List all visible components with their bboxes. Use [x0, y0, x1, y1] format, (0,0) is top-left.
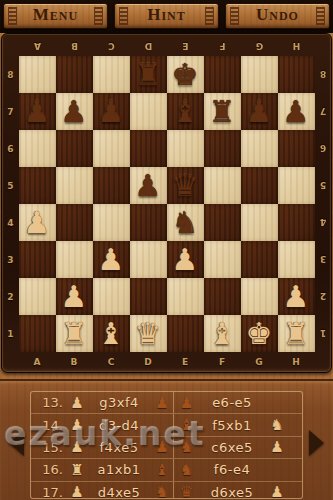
chess-board-frame: ABCDEFGH8♜♚87♟♟♟♝♜♟♟7665♟♛54♟♞43♟♟32♟♟21… [1, 33, 332, 373]
square-f8[interactable] [204, 56, 241, 93]
file-label-top-d: D [130, 37, 167, 56]
rank-label-right-4: 4 [315, 204, 331, 241]
file-label-bottom-h: H [278, 352, 315, 371]
white-pawn: ♟ [283, 278, 310, 315]
black-rook: ♜ [209, 93, 236, 130]
white-captured-piece-icon: ♟ [151, 437, 173, 457]
black-pawn: ♟ [135, 167, 162, 204]
square-g7[interactable]: ♟ [241, 93, 278, 130]
rank-label-right-3: 3 [315, 241, 331, 278]
rank-label-right-8: 8 [315, 56, 331, 93]
square-b2[interactable]: ♟ [56, 278, 93, 315]
hint-button[interactable]: Hint [114, 3, 219, 29]
black-rook: ♜ [135, 56, 162, 93]
move-list: 13.♟g3xf4♟♟e6-e514.♟d3-d4♝f5xb1♞15.♟f4xe… [30, 391, 303, 499]
file-label-bottom-b: B [56, 352, 93, 371]
file-label-top-g: G [241, 37, 278, 56]
square-f3[interactable] [204, 241, 241, 278]
square-b1[interactable]: ♜ [56, 315, 93, 352]
move-list-panel: 13.♟g3xf4♟♟e6-e514.♟d3-d4♝f5xb1♞15.♟f4xe… [0, 379, 333, 500]
square-c8[interactable] [93, 56, 130, 93]
square-e2[interactable] [167, 278, 204, 315]
file-label-top-c: C [93, 37, 130, 56]
square-a7[interactable]: ♟ [19, 93, 56, 130]
rank-label-right-5: 5 [315, 167, 331, 204]
rank-label-right-7: 7 [315, 93, 331, 130]
white-pawn: ♟ [61, 278, 88, 315]
square-c6[interactable] [93, 130, 130, 167]
black-half-divider: ♝ [173, 414, 199, 435]
black-move-text: e6-e5 [199, 395, 265, 410]
file-label-bottom-c: C [93, 352, 130, 371]
square-a1[interactable] [19, 315, 56, 352]
rank-label-left-7: 7 [3, 93, 19, 130]
square-h2[interactable]: ♟ [278, 278, 315, 315]
move-number: 16. [31, 462, 67, 477]
move-row-16: 16.♜a1xb1♝♞f6-e4 [31, 458, 302, 480]
square-f2[interactable] [204, 278, 241, 315]
black-half-divider: ♞ [173, 459, 199, 480]
white-captured-piece-icon: ♟ [151, 393, 173, 413]
square-b6[interactable] [56, 130, 93, 167]
square-d4[interactable] [130, 204, 167, 241]
white-pawn: ♟ [98, 241, 125, 278]
white-move-text: g3xf4 [87, 395, 151, 410]
rank-label-right-1: 1 [315, 315, 331, 352]
hint-button-label: Hint [147, 5, 186, 25]
board-corner [3, 352, 19, 371]
white-piece-icon: ♟ [67, 415, 87, 435]
black-move-text: f5xb1 [199, 418, 265, 433]
black-pawn: ♟ [98, 93, 125, 130]
square-c5[interactable] [93, 167, 130, 204]
black-piece-icon: ♞ [180, 460, 193, 480]
move-row-17: 17.♟d4xe5♞♛d6xe5♟ [31, 481, 302, 499]
square-c1[interactable]: ♝ [93, 315, 130, 352]
black-move-text: f6-e4 [199, 462, 265, 477]
square-b5[interactable] [56, 167, 93, 204]
file-label-top-a: A [19, 37, 56, 56]
square-d7[interactable] [130, 93, 167, 130]
square-a3[interactable] [19, 241, 56, 278]
black-move-text: d6xe5 [199, 485, 265, 499]
file-label-bottom-f: F [204, 352, 241, 371]
square-f7[interactable]: ♜ [204, 93, 241, 130]
black-piece-icon: ♞ [180, 437, 193, 457]
square-f1[interactable]: ♝ [204, 315, 241, 352]
black-king: ♚ [172, 56, 199, 93]
square-g8[interactable] [241, 56, 278, 93]
square-f6[interactable] [204, 130, 241, 167]
square-c7[interactable]: ♟ [93, 93, 130, 130]
black-half-divider: ♟ [173, 392, 199, 413]
board-corner [3, 37, 19, 56]
file-label-bottom-g: G [241, 352, 278, 371]
square-b8[interactable] [56, 56, 93, 93]
square-d6[interactable] [130, 130, 167, 167]
black-knight: ♞ [172, 204, 199, 241]
square-h7[interactable]: ♟ [278, 93, 315, 130]
rank-label-right-6: 6 [315, 130, 331, 167]
white-queen: ♛ [135, 315, 162, 352]
file-label-bottom-a: A [19, 352, 56, 371]
menu-button[interactable]: Menu [3, 3, 108, 29]
square-c3[interactable]: ♟ [93, 241, 130, 278]
white-piece-icon: ♟ [67, 437, 87, 457]
menu-button-label: Menu [33, 5, 78, 25]
square-c4[interactable] [93, 204, 130, 241]
square-a6[interactable] [19, 130, 56, 167]
black-captured-piece-icon: ♟ [265, 437, 289, 457]
black-move-text: c6xe5 [199, 440, 265, 455]
square-e7[interactable]: ♝ [167, 93, 204, 130]
white-move-text: a1xb1 [87, 462, 151, 477]
square-h1[interactable]: ♜ [278, 315, 315, 352]
square-a4[interactable]: ♟ [19, 204, 56, 241]
rank-label-left-3: 3 [3, 241, 19, 278]
square-d5[interactable]: ♟ [130, 167, 167, 204]
file-label-top-f: F [204, 37, 241, 56]
white-pawn: ♟ [172, 241, 199, 278]
square-h6[interactable] [278, 130, 315, 167]
white-captured-piece-icon: ♝ [151, 460, 173, 480]
square-e6[interactable] [167, 130, 204, 167]
square-g4[interactable] [241, 204, 278, 241]
move-number: 14. [31, 418, 67, 433]
move-row-15: 15.♟f4xe5♟♞c6xe5♟ [31, 436, 302, 458]
square-g1[interactable]: ♚ [241, 315, 278, 352]
undo-button[interactable]: Undo [225, 3, 330, 29]
square-a2[interactable] [19, 278, 56, 315]
square-a8[interactable] [19, 56, 56, 93]
square-g5[interactable] [241, 167, 278, 204]
white-move-text: f4xe5 [87, 440, 151, 455]
move-number: 13. [31, 395, 67, 410]
square-d3[interactable] [130, 241, 167, 278]
square-h3[interactable] [278, 241, 315, 278]
chess-board: ABCDEFGH8♜♚87♟♟♟♝♜♟♟7665♟♛54♟♞43♟♟32♟♟21… [2, 37, 331, 371]
file-label-bottom-d: D [130, 352, 167, 371]
square-h8[interactable] [278, 56, 315, 93]
square-e4[interactable]: ♞ [167, 204, 204, 241]
rank-label-left-4: 4 [3, 204, 19, 241]
square-g2[interactable] [241, 278, 278, 315]
white-move-text: d3-d4 [87, 418, 151, 433]
black-half-divider: ♞ [173, 437, 199, 458]
black-piece-icon: ♟ [180, 393, 193, 413]
square-e8[interactable]: ♚ [167, 56, 204, 93]
square-b3[interactable] [56, 241, 93, 278]
undo-button-label: Undo [256, 5, 299, 25]
previous-moves-arrow-button[interactable] [9, 430, 24, 456]
white-bishop: ♝ [209, 315, 236, 352]
white-king: ♚ [246, 315, 273, 352]
rank-label-right-2: 2 [315, 278, 331, 315]
next-moves-arrow-button[interactable] [309, 430, 324, 456]
black-pawn: ♟ [24, 93, 51, 130]
black-bishop: ♝ [172, 93, 199, 130]
square-b7[interactable]: ♟ [56, 93, 93, 130]
square-e1[interactable] [167, 315, 204, 352]
move-number: 17. [31, 485, 67, 499]
black-pawn: ♟ [283, 93, 310, 130]
square-g3[interactable] [241, 241, 278, 278]
move-number: 15. [31, 440, 67, 455]
white-rook: ♜ [61, 315, 88, 352]
rank-label-left-5: 5 [3, 167, 19, 204]
square-g6[interactable] [241, 130, 278, 167]
black-queen: ♛ [172, 167, 199, 204]
square-a5[interactable] [19, 167, 56, 204]
white-bishop: ♝ [98, 315, 125, 352]
board-corner [315, 352, 331, 371]
rank-label-left-2: 2 [3, 278, 19, 315]
square-h4[interactable] [278, 204, 315, 241]
move-row-13: 13.♟g3xf4♟♟e6-e5 [31, 392, 302, 413]
square-f5[interactable] [204, 167, 241, 204]
square-c2[interactable] [93, 278, 130, 315]
white-piece-icon: ♟ [67, 482, 87, 499]
square-d1[interactable]: ♛ [130, 315, 167, 352]
square-h5[interactable] [278, 167, 315, 204]
square-e5[interactable]: ♛ [167, 167, 204, 204]
toolbar: Menu Hint Undo [0, 0, 333, 33]
file-label-bottom-e: E [167, 352, 204, 371]
rank-label-left-8: 8 [3, 56, 19, 93]
white-captured-piece-icon: ♞ [151, 482, 173, 499]
white-piece-icon: ♟ [67, 393, 87, 413]
rank-label-left-6: 6 [3, 130, 19, 167]
move-row-14: 14.♟d3-d4♝f5xb1♞ [31, 413, 302, 435]
white-pawn: ♟ [24, 204, 51, 241]
black-piece-icon: ♛ [180, 482, 193, 499]
black-pawn: ♟ [246, 93, 273, 130]
square-f4[interactable] [204, 204, 241, 241]
square-e3[interactable]: ♟ [167, 241, 204, 278]
board-corner [315, 37, 331, 56]
white-piece-icon: ♜ [67, 460, 87, 480]
black-captured-piece-icon: ♞ [265, 415, 289, 435]
black-pawn: ♟ [61, 93, 88, 130]
white-move-text: d4xe5 [87, 485, 151, 499]
square-d2[interactable] [130, 278, 167, 315]
square-b4[interactable] [56, 204, 93, 241]
rank-label-left-1: 1 [3, 315, 19, 352]
file-label-top-h: H [278, 37, 315, 56]
black-piece-icon: ♝ [180, 415, 193, 435]
black-captured-piece-icon: ♟ [265, 482, 289, 499]
square-d8[interactable]: ♜ [130, 56, 167, 93]
black-half-divider: ♛ [173, 482, 199, 499]
white-rook: ♜ [283, 315, 310, 352]
file-label-top-e: E [167, 37, 204, 56]
file-label-top-b: B [56, 37, 93, 56]
